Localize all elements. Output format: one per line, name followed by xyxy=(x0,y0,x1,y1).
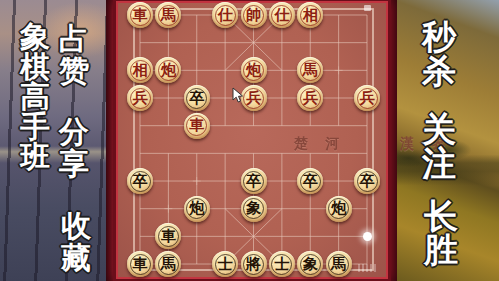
piece-glyph: 卒 xyxy=(246,174,261,189)
black-piece-卒[interactable]: 卒 xyxy=(184,85,210,111)
move-indicator-dot xyxy=(363,232,372,241)
watermark-smudge xyxy=(358,264,377,272)
piece-glyph: 炮 xyxy=(189,201,204,216)
caption-follow: 关注 xyxy=(418,112,460,180)
red-piece-車[interactable]: 車 xyxy=(184,113,210,139)
piece-glyph: 相 xyxy=(133,63,148,78)
black-piece-炮[interactable]: 炮 xyxy=(184,196,210,222)
caption-char: 长 xyxy=(420,199,462,233)
piece-glyph: 炮 xyxy=(331,201,346,216)
mouse-cursor xyxy=(232,87,246,104)
black-piece-馬[interactable]: 馬 xyxy=(326,251,352,277)
piece-glyph: 士 xyxy=(274,257,289,272)
caption-char: 秒 xyxy=(418,20,460,54)
caption-char: 关 xyxy=(418,112,460,146)
river-label-chu: 楚 河 xyxy=(294,135,347,153)
red-piece-仕[interactable]: 仕 xyxy=(212,2,238,28)
black-piece-炮[interactable]: 炮 xyxy=(326,196,352,222)
caption-char: 棋 xyxy=(15,52,55,82)
piece-glyph: 兵 xyxy=(360,91,375,106)
piece-glyph: 馬 xyxy=(161,257,176,272)
piece-glyph: 卒 xyxy=(133,174,148,189)
red-piece-仕[interactable]: 仕 xyxy=(269,2,295,28)
caption-like: 占赞 xyxy=(54,23,94,87)
black-piece-卒[interactable]: 卒 xyxy=(354,168,380,194)
piece-glyph: 炮 xyxy=(246,63,261,78)
piece-glyph: 馬 xyxy=(303,63,318,78)
piece-glyph: 兵 xyxy=(303,91,318,106)
piece-glyph: 卒 xyxy=(303,174,318,189)
piece-glyph: 仕 xyxy=(274,8,289,23)
piece-glyph: 象 xyxy=(303,257,318,272)
red-piece-帥[interactable]: 帥 xyxy=(241,2,267,28)
black-piece-卒[interactable]: 卒 xyxy=(127,168,153,194)
piece-glyph: 將 xyxy=(246,257,261,272)
piece-glyph: 兵 xyxy=(133,91,148,106)
black-piece-象[interactable]: 象 xyxy=(241,196,267,222)
red-piece-車[interactable]: 車 xyxy=(127,2,153,28)
caption-share: 分享 xyxy=(54,116,94,180)
red-piece-兵[interactable]: 兵 xyxy=(127,85,153,111)
caption-char: 班 xyxy=(15,142,55,172)
caption-char: 藏 xyxy=(56,242,96,274)
caption-char: 注 xyxy=(418,146,460,180)
piece-glyph: 炮 xyxy=(161,63,176,78)
piece-glyph: 士 xyxy=(218,257,233,272)
caption-char: 手 xyxy=(15,112,55,142)
caption-char: 占 xyxy=(54,23,94,55)
caption-char: 分 xyxy=(54,116,94,148)
piece-glyph: 馬 xyxy=(331,257,346,272)
caption-instant-kill: 秒杀 xyxy=(418,20,460,88)
piece-glyph: 帥 xyxy=(246,8,261,23)
xiangqi-board[interactable]: 楚 河 漢 界 車馬仕帥仕相相炮炮馬兵卒兵兵兵車卒卒卒卒炮象炮車車馬士將士象馬 xyxy=(118,3,386,277)
caption-favorite: 收藏 xyxy=(56,210,96,274)
caption-char: 享 xyxy=(54,148,94,180)
caption-char: 胜 xyxy=(420,233,462,267)
piece-glyph: 馬 xyxy=(161,8,176,23)
piece-glyph: 卒 xyxy=(360,174,375,189)
piece-glyph: 兵 xyxy=(246,91,261,106)
board-corner-icon xyxy=(364,5,371,11)
piece-glyph: 車 xyxy=(189,118,204,133)
piece-glyph: 象 xyxy=(246,201,261,216)
piece-glyph: 仕 xyxy=(218,8,233,23)
piece-glyph: 車 xyxy=(133,8,148,23)
red-piece-兵[interactable]: 兵 xyxy=(354,85,380,111)
piece-glyph: 車 xyxy=(161,229,176,244)
caption-char: 高 xyxy=(15,82,55,112)
black-piece-卒[interactable]: 卒 xyxy=(241,168,267,194)
caption-char: 收 xyxy=(56,210,96,242)
black-piece-士[interactable]: 士 xyxy=(212,251,238,277)
caption-xiangqi-master-class: 象棋高手班 xyxy=(15,22,55,172)
black-piece-車[interactable]: 車 xyxy=(127,251,153,277)
caption-ever-win: 长胜 xyxy=(420,199,462,267)
black-piece-士[interactable]: 士 xyxy=(269,251,295,277)
red-piece-炮[interactable]: 炮 xyxy=(241,57,267,83)
caption-char: 赞 xyxy=(54,55,94,87)
piece-glyph: 相 xyxy=(303,8,318,23)
piece-glyph: 車 xyxy=(133,257,148,272)
caption-char: 杀 xyxy=(418,54,460,88)
black-piece-將[interactable]: 將 xyxy=(241,251,267,277)
video-frame: 楚 河 漢 界 車馬仕帥仕相相炮炮馬兵卒兵兵兵車卒卒卒卒炮象炮車車馬士將士象馬 … xyxy=(0,0,499,281)
piece-glyph: 卒 xyxy=(189,91,204,106)
caption-char: 象 xyxy=(15,22,55,52)
